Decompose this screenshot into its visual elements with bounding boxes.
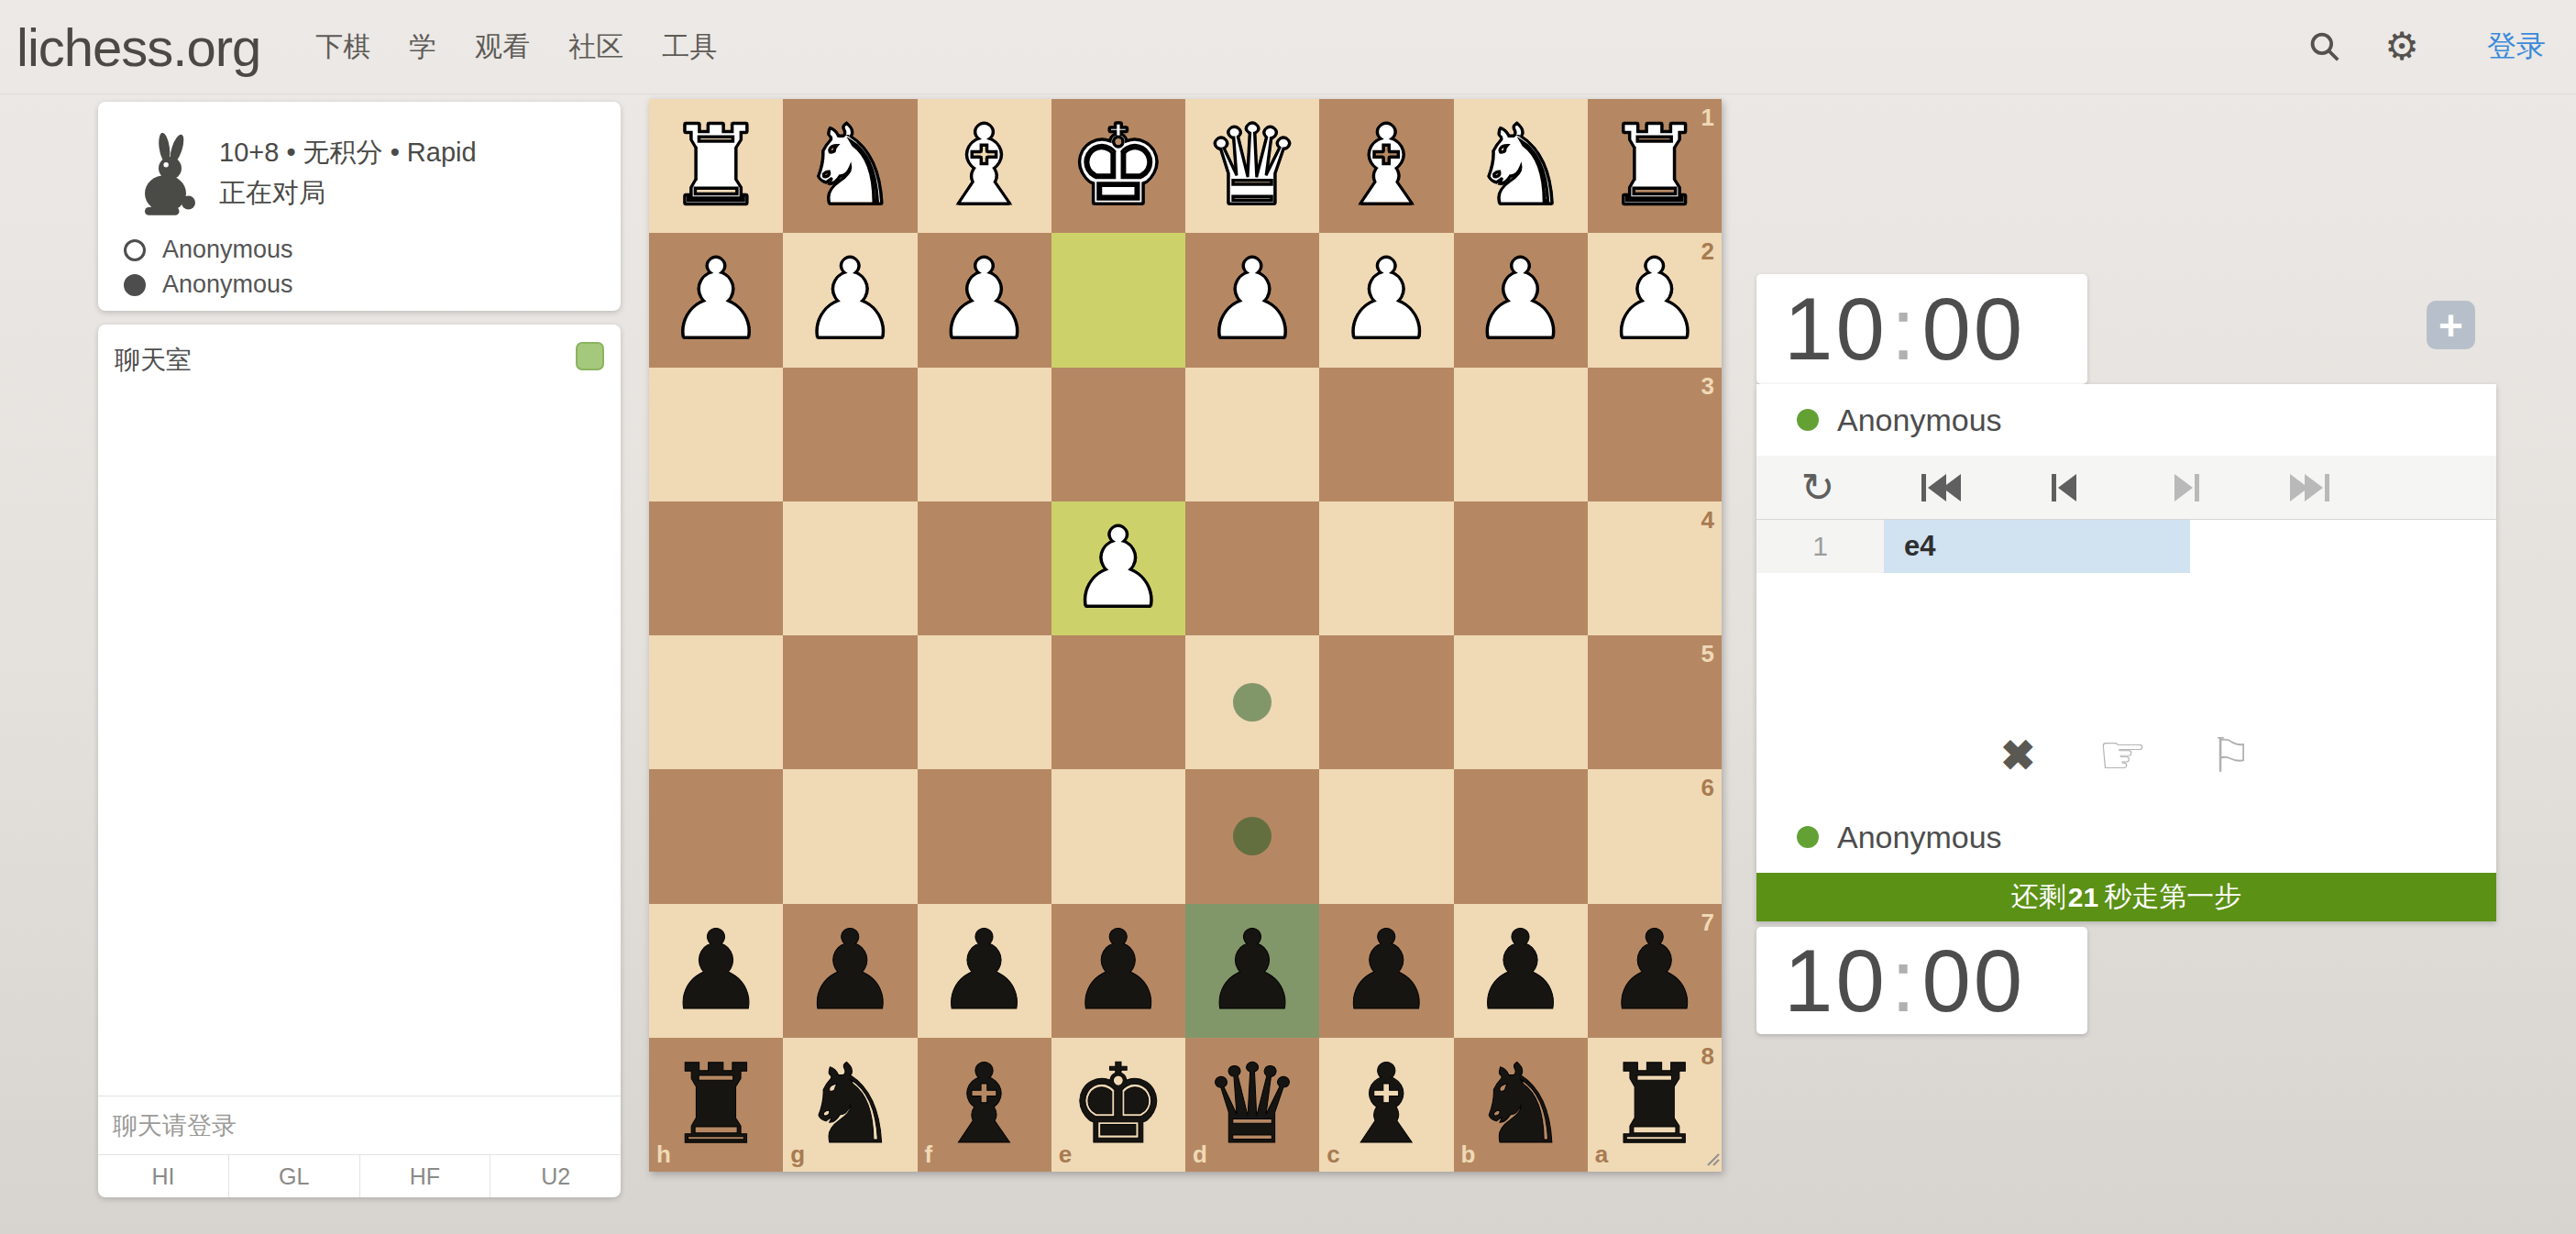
square-g2[interactable]: ♟ — [783, 233, 917, 367]
gear-icon[interactable]: ⚙ — [2384, 28, 2419, 66]
square-e2[interactable] — [1051, 233, 1185, 367]
white-piece-p-b2[interactable]: ♟ — [1471, 245, 1570, 355]
black-piece-p-b7[interactable]: ♟ — [1471, 916, 1570, 1026]
square-g8[interactable]: ♞g — [783, 1038, 917, 1172]
white-piece-r-a1[interactable]: ♜ — [1605, 111, 1704, 221]
black-piece-n-b8[interactable]: ♞ — [1471, 1050, 1570, 1160]
search-icon[interactable] — [2307, 29, 2342, 64]
square-c1[interactable]: ♝ — [1319, 99, 1453, 233]
board-resize-handle[interactable] — [1703, 1150, 1720, 1170]
square-c8[interactable]: ♝c — [1319, 1038, 1453, 1172]
square-f2[interactable]: ♟ — [918, 233, 1051, 367]
square-b3[interactable] — [1454, 368, 1588, 501]
nav-item-1[interactable]: 学 — [409, 28, 436, 66]
square-h5[interactable] — [649, 635, 783, 769]
white-piece-b-f1[interactable]: ♝ — [935, 111, 1034, 221]
square-g3[interactable] — [783, 368, 917, 501]
black-piece-p-d7[interactable]: ♟ — [1203, 916, 1302, 1026]
square-a8[interactable]: ♜8a — [1588, 1038, 1722, 1172]
black-piece-r-a8[interactable]: ♜ — [1605, 1050, 1704, 1160]
white-piece-p-h2[interactable]: ♟ — [666, 245, 765, 355]
black-piece-q-d8[interactable]: ♛ — [1203, 1050, 1302, 1160]
square-f4[interactable] — [918, 501, 1051, 635]
rank-label-6: 6 — [1701, 774, 1714, 802]
last-move-button[interactable] — [2248, 456, 2371, 519]
nav-item-4[interactable]: 工具 — [662, 28, 717, 66]
clock-white-time: 10:00 — [1784, 279, 2025, 380]
square-b7[interactable]: ♟ — [1454, 904, 1588, 1038]
game-info-card: 10+8 • 无积分 • Rapid 正在对局 Anonymous Anonym… — [98, 102, 621, 311]
file-label-c: c — [1327, 1140, 1339, 1169]
first-move-timer-banner: 还剩21 秒走第一步 — [1756, 873, 2496, 921]
clock-black-time: 10:00 — [1784, 931, 2025, 1031]
square-b4[interactable] — [1454, 501, 1588, 635]
player-black-row: Anonymous — [124, 270, 293, 299]
black-piece-p-h7[interactable]: ♟ — [666, 916, 765, 1026]
chat-card: 聊天室 聊天请登录 HIGLHFU2 — [98, 325, 621, 1197]
clock-black: 10:00 — [1756, 927, 2087, 1034]
login-link[interactable]: 登录 — [2487, 27, 2546, 67]
square-e3[interactable] — [1051, 368, 1185, 501]
square-e1[interactable]: ♚ — [1051, 99, 1185, 233]
flip-board-button[interactable]: ↻ — [1756, 456, 1879, 519]
offer-draw-icon[interactable]: ☞ — [2098, 728, 2148, 783]
top-nav: lichess.org 下棋学观看社区工具 ⚙ 登录 — [0, 0, 2576, 94]
square-f7[interactable]: ♟ — [918, 904, 1051, 1038]
online-dot-icon — [1797, 409, 1819, 431]
white-piece-p-d2[interactable]: ♟ — [1203, 245, 1302, 355]
square-a1[interactable]: ♜1 — [1588, 99, 1722, 233]
square-h3[interactable] — [649, 368, 783, 501]
black-piece-p-a7[interactable]: ♟ — [1605, 916, 1704, 1026]
rank-label-1: 1 — [1701, 104, 1714, 132]
square-g1[interactable]: ♞ — [783, 99, 917, 233]
square-h6[interactable] — [649, 769, 783, 903]
rank-label-7: 7 — [1701, 909, 1714, 937]
file-label-g: g — [790, 1140, 805, 1169]
abort-game-icon[interactable]: ✖ — [2000, 734, 2036, 777]
move-controls-bar: ↻ — [1756, 456, 2496, 520]
resign-flag-icon[interactable]: ⚐ — [2209, 732, 2252, 779]
file-label-h: h — [656, 1140, 671, 1169]
square-a6[interactable]: 6 — [1588, 769, 1722, 903]
chat-header: 聊天室 — [98, 325, 621, 391]
square-e7[interactable]: ♟ — [1051, 904, 1185, 1038]
square-a5[interactable]: 5 — [1588, 635, 1722, 769]
white-piece-r-h1[interactable]: ♜ — [666, 111, 765, 221]
chat-preset-hf[interactable]: HF — [359, 1155, 490, 1197]
move-list-row: 1 e4 — [1756, 520, 2496, 573]
previous-move-button[interactable] — [2002, 456, 2125, 519]
black-piece-p-c7[interactable]: ♟ — [1338, 916, 1437, 1026]
square-d3[interactable] — [1185, 368, 1319, 501]
square-b8[interactable]: ♞b — [1454, 1038, 1588, 1172]
square-f5[interactable] — [918, 635, 1051, 769]
square-b2[interactable]: ♟ — [1454, 233, 1588, 367]
chat-preset-buttons: HIGLHFU2 — [98, 1154, 621, 1197]
square-g4[interactable] — [783, 501, 917, 635]
online-dot-icon — [1797, 826, 1819, 848]
white-piece-n-g1[interactable]: ♞ — [801, 111, 900, 221]
game-perf-line: 10+8 • 无积分 • Rapid — [219, 135, 477, 171]
white-piece-p-g2[interactable]: ♟ — [801, 245, 900, 355]
black-player-name[interactable]: Anonymous — [162, 270, 293, 299]
clock-white: 10:00 — [1756, 274, 2087, 384]
chat-login-note: 聊天请登录 — [98, 1096, 621, 1154]
square-f6[interactable] — [918, 769, 1051, 903]
top-player-name[interactable]: Anonymous — [1837, 402, 2002, 438]
move-number: 1 — [1756, 520, 1884, 573]
chess-board: ♜♞♝♚♛♝♞♜1♟♟♟♟♟♟♟23♟456♟♟♟♟♟♟♟♟7♜h♞g♝f♚e♛… — [649, 99, 1722, 1172]
square-c3[interactable] — [1319, 368, 1453, 501]
white-piece-p-f2[interactable]: ♟ — [935, 245, 1034, 355]
rank-label-4: 4 — [1701, 506, 1714, 534]
file-label-f: f — [925, 1140, 933, 1169]
next-move-button[interactable] — [2125, 456, 2248, 519]
move-white-san[interactable]: e4 — [1884, 520, 2190, 573]
game-side-panel: Anonymous ↻ 1 e4 ✖ ☞ ⚐ Anonymous 还剩21 秒走… — [1756, 384, 2496, 921]
white-piece-k-e1[interactable]: ♚ — [1069, 111, 1168, 221]
square-e8[interactable]: ♚e — [1051, 1038, 1185, 1172]
player-white-row: Anonymous — [124, 236, 293, 264]
square-h1[interactable]: ♜ — [649, 99, 783, 233]
nav-item-0[interactable]: 下棋 — [315, 28, 370, 66]
black-piece-b-c8[interactable]: ♝ — [1338, 1050, 1437, 1160]
chat-messages-area — [98, 391, 621, 1096]
white-color-icon — [124, 239, 146, 261]
square-h7[interactable]: ♟ — [649, 904, 783, 1038]
square-e5[interactable] — [1051, 635, 1185, 769]
file-label-d: d — [1193, 1140, 1207, 1169]
square-a3[interactable]: 3 — [1588, 368, 1722, 501]
rank-label-8: 8 — [1701, 1042, 1714, 1071]
bottom-player-name[interactable]: Anonymous — [1837, 820, 2002, 855]
white-piece-b-c1[interactable]: ♝ — [1338, 111, 1437, 221]
square-f8[interactable]: ♝f — [918, 1038, 1051, 1172]
square-c6[interactable] — [1319, 769, 1453, 903]
square-c5[interactable] — [1319, 635, 1453, 769]
black-piece-p-f7[interactable]: ♟ — [935, 916, 1034, 1026]
add-time-button[interactable]: + — [2427, 301, 2475, 349]
white-player-name[interactable]: Anonymous — [162, 236, 293, 264]
chat-toggle[interactable] — [576, 342, 604, 370]
chat-preset-u2[interactable]: U2 — [490, 1155, 621, 1197]
white-piece-p-c2[interactable]: ♟ — [1338, 245, 1437, 355]
nav-right: ⚙ 登录 — [2307, 27, 2576, 67]
white-piece-p-a2[interactable]: ♟ — [1605, 245, 1704, 355]
bottom-player-row: Anonymous — [1756, 805, 2496, 869]
square-g5[interactable] — [783, 635, 917, 769]
black-piece-b-f8[interactable]: ♝ — [935, 1050, 1034, 1160]
black-piece-n-g8[interactable]: ♞ — [801, 1050, 900, 1160]
file-label-e: e — [1059, 1140, 1072, 1169]
site-logo[interactable]: lichess.org — [17, 17, 260, 78]
square-d5[interactable] — [1185, 635, 1319, 769]
game-status: 正在对局 — [219, 175, 325, 212]
square-e6[interactable] — [1051, 769, 1185, 903]
file-label-a: a — [1595, 1140, 1608, 1169]
white-piece-q-d1[interactable]: ♛ — [1203, 111, 1302, 221]
rank-label-3: 3 — [1701, 372, 1714, 401]
flip-board-icon: ↻ — [1801, 468, 1835, 508]
black-piece-p-g7[interactable]: ♟ — [801, 916, 900, 1026]
square-d1[interactable]: ♛ — [1185, 99, 1319, 233]
square-g7[interactable]: ♟ — [783, 904, 917, 1038]
square-e4[interactable]: ♟ — [1051, 501, 1185, 635]
square-h2[interactable]: ♟ — [649, 233, 783, 367]
black-piece-p-e7[interactable]: ♟ — [1069, 916, 1168, 1026]
square-a4[interactable]: 4 — [1588, 501, 1722, 635]
rank-label-2: 2 — [1701, 237, 1714, 266]
white-piece-p-e4[interactable]: ♟ — [1069, 513, 1168, 623]
chat-title: 聊天室 — [115, 343, 192, 378]
square-b5[interactable] — [1454, 635, 1588, 769]
white-piece-n-b1[interactable]: ♞ — [1471, 111, 1570, 221]
square-f1[interactable]: ♝ — [918, 99, 1051, 233]
game-action-buttons: ✖ ☞ ⚐ — [1756, 714, 2496, 797]
nav-item-2[interactable]: 观看 — [475, 28, 530, 66]
square-c2[interactable]: ♟ — [1319, 233, 1453, 367]
black-piece-k-e8[interactable]: ♚ — [1069, 1050, 1168, 1160]
chat-preset-hi[interactable]: HI — [98, 1155, 228, 1197]
black-piece-r-h8[interactable]: ♜ — [666, 1050, 765, 1160]
square-d4[interactable] — [1185, 501, 1319, 635]
square-d8[interactable]: ♛d — [1185, 1038, 1319, 1172]
square-a7[interactable]: ♟7 — [1588, 904, 1722, 1038]
nav-item-3[interactable]: 社区 — [568, 28, 623, 66]
square-d7[interactable]: ♟ — [1185, 904, 1319, 1038]
square-d6[interactable] — [1185, 769, 1319, 903]
square-b1[interactable]: ♞ — [1454, 99, 1588, 233]
square-c4[interactable] — [1319, 501, 1453, 635]
square-a2[interactable]: ♟2 — [1588, 233, 1722, 367]
first-move-button[interactable] — [1879, 456, 2002, 519]
black-color-icon — [124, 274, 146, 296]
chat-preset-gl[interactable]: GL — [228, 1155, 359, 1197]
square-f3[interactable] — [918, 368, 1051, 501]
rapid-rabbit-icon — [131, 133, 204, 221]
rank-label-5: 5 — [1701, 640, 1714, 668]
file-label-b: b — [1461, 1140, 1476, 1169]
square-b6[interactable] — [1454, 769, 1588, 903]
top-player-row: Anonymous — [1756, 384, 2496, 456]
square-d2[interactable]: ♟ — [1185, 233, 1319, 367]
square-g6[interactable] — [783, 769, 917, 903]
square-h8[interactable]: ♜h — [649, 1038, 783, 1172]
square-c7[interactable]: ♟ — [1319, 904, 1453, 1038]
nav-menu: 下棋学观看社区工具 — [315, 28, 717, 66]
square-h4[interactable] — [649, 501, 783, 635]
